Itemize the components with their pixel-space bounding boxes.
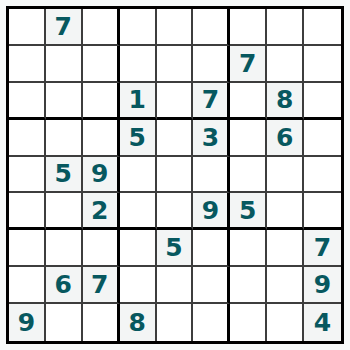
cell-r9c4: 8: [120, 304, 157, 341]
cell-r3c3[interactable]: [83, 83, 120, 120]
cell-r9c2[interactable]: [46, 304, 83, 341]
cell-r9c1: 9: [9, 304, 46, 341]
cell-r3c1[interactable]: [9, 83, 46, 120]
page: { "game": "sudoku", "position": "0700000…: [0, 0, 350, 350]
cell-r1c3[interactable]: [83, 9, 120, 46]
cell-r8c5[interactable]: [157, 267, 194, 304]
cell-r2c7: 7: [230, 46, 267, 83]
cell-r1c8[interactable]: [267, 9, 304, 46]
cell-r5c5[interactable]: [157, 157, 194, 194]
cell-r6c5[interactable]: [157, 193, 194, 230]
cell-r4c1[interactable]: [9, 120, 46, 157]
cell-r5c8[interactable]: [267, 157, 304, 194]
cell-r4c4: 5: [120, 120, 157, 157]
cell-r5c2: 5: [46, 157, 83, 194]
cell-r5c6[interactable]: [193, 157, 230, 194]
cell-r2c8[interactable]: [267, 46, 304, 83]
cell-r6c7: 5: [230, 193, 267, 230]
cell-r4c6: 3: [193, 120, 230, 157]
cell-r8c4[interactable]: [120, 267, 157, 304]
cell-r5c7[interactable]: [230, 157, 267, 194]
cell-r7c2[interactable]: [46, 230, 83, 267]
cell-r6c9[interactable]: [304, 193, 341, 230]
cell-r5c4[interactable]: [120, 157, 157, 194]
cell-r6c4[interactable]: [120, 193, 157, 230]
cell-r1c9[interactable]: [304, 9, 341, 46]
cell-r8c8[interactable]: [267, 267, 304, 304]
cell-r3c9[interactable]: [304, 83, 341, 120]
cell-r5c3: 9: [83, 157, 120, 194]
cell-r3c6: 7: [193, 83, 230, 120]
cell-r7c4[interactable]: [120, 230, 157, 267]
cell-r1c2: 7: [46, 9, 83, 46]
board-wrapper: 771785365929557679984: [0, 0, 350, 350]
cell-r7c3[interactable]: [83, 230, 120, 267]
cell-r9c7[interactable]: [230, 304, 267, 341]
cell-r5c1[interactable]: [9, 157, 46, 194]
cell-r2c2[interactable]: [46, 46, 83, 83]
cell-r4c5[interactable]: [157, 120, 194, 157]
cell-r6c2[interactable]: [46, 193, 83, 230]
cell-r5c9[interactable]: [304, 157, 341, 194]
cell-r2c9[interactable]: [304, 46, 341, 83]
cell-r3c4: 1: [120, 83, 157, 120]
cell-r9c3[interactable]: [83, 304, 120, 341]
cell-r7c7[interactable]: [230, 230, 267, 267]
cell-r8c1[interactable]: [9, 267, 46, 304]
cell-r7c8[interactable]: [267, 230, 304, 267]
cell-r4c9[interactable]: [304, 120, 341, 157]
cell-r8c7[interactable]: [230, 267, 267, 304]
cell-r8c6[interactable]: [193, 267, 230, 304]
cell-r2c1[interactable]: [9, 46, 46, 83]
cell-r6c1[interactable]: [9, 193, 46, 230]
cell-r4c8: 6: [267, 120, 304, 157]
cell-r9c8[interactable]: [267, 304, 304, 341]
cell-r2c5[interactable]: [157, 46, 194, 83]
cell-r4c7[interactable]: [230, 120, 267, 157]
cell-r2c6[interactable]: [193, 46, 230, 83]
cell-r2c4[interactable]: [120, 46, 157, 83]
cell-r1c5[interactable]: [157, 9, 194, 46]
cell-r3c7[interactable]: [230, 83, 267, 120]
cell-r1c4[interactable]: [120, 9, 157, 46]
cell-r1c6[interactable]: [193, 9, 230, 46]
cell-r7c1[interactable]: [9, 230, 46, 267]
cell-r2c3[interactable]: [83, 46, 120, 83]
cell-r6c8[interactable]: [267, 193, 304, 230]
cell-r4c3[interactable]: [83, 120, 120, 157]
cell-r9c9: 4: [304, 304, 341, 341]
cell-r7c6[interactable]: [193, 230, 230, 267]
cell-r3c8: 8: [267, 83, 304, 120]
cell-r1c7[interactable]: [230, 9, 267, 46]
sudoku-board: 771785365929557679984: [6, 6, 344, 344]
cell-r8c3: 7: [83, 267, 120, 304]
cell-r9c5[interactable]: [157, 304, 194, 341]
cell-r7c5: 5: [157, 230, 194, 267]
cell-r9c6[interactable]: [193, 304, 230, 341]
cell-r7c9: 7: [304, 230, 341, 267]
cell-r4c2[interactable]: [46, 120, 83, 157]
cell-r6c3: 2: [83, 193, 120, 230]
cell-r3c2[interactable]: [46, 83, 83, 120]
cell-r1c1[interactable]: [9, 9, 46, 46]
cell-r8c2: 6: [46, 267, 83, 304]
cell-r8c9: 9: [304, 267, 341, 304]
cell-r3c5[interactable]: [157, 83, 194, 120]
cell-r6c6: 9: [193, 193, 230, 230]
